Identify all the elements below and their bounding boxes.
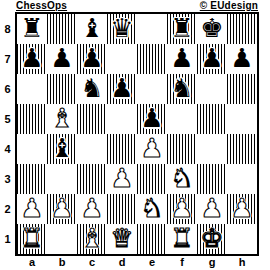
- credit-link[interactable]: © EUdesign: [200, 0, 258, 11]
- rank-label-8: 8: [1, 14, 14, 44]
- piece-black-pawn: ♟: [50, 45, 73, 71]
- square-a2[interactable]: ♟: [17, 194, 47, 224]
- square-f1[interactable]: ♜: [167, 224, 197, 254]
- piece-white-pawn: ♟: [80, 195, 103, 221]
- file-label-f: f: [167, 256, 197, 269]
- square-e7[interactable]: [137, 44, 167, 74]
- square-g3[interactable]: [197, 164, 227, 194]
- piece-black-rook: ♜: [170, 15, 193, 41]
- square-d1[interactable]: ♛: [107, 224, 137, 254]
- piece-white-pawn: ♟: [230, 195, 253, 221]
- piece-black-pawn: ♟: [200, 45, 223, 71]
- file-label-c: c: [77, 256, 107, 269]
- square-a5[interactable]: [17, 104, 47, 134]
- piece-white-pawn: ♟: [110, 165, 133, 191]
- piece-white-rook: ♜: [20, 225, 43, 251]
- rank-label-7: 7: [1, 44, 14, 74]
- square-g8[interactable]: ♚: [197, 14, 227, 44]
- piece-white-knight: ♞: [170, 165, 193, 191]
- square-d7[interactable]: [107, 44, 137, 74]
- piece-black-pawn: ♟: [80, 45, 103, 71]
- square-h2[interactable]: ♟: [227, 194, 257, 224]
- file-label-b: b: [47, 256, 77, 269]
- file-label-h: h: [227, 256, 257, 269]
- square-b6[interactable]: [47, 74, 77, 104]
- piece-black-king: ♚: [200, 15, 223, 41]
- square-e3[interactable]: [137, 164, 167, 194]
- square-e2[interactable]: ♞: [137, 194, 167, 224]
- square-c3[interactable]: [77, 164, 107, 194]
- square-d5[interactable]: [107, 104, 137, 134]
- rank-label-5: 5: [1, 104, 14, 134]
- square-d4[interactable]: [107, 134, 137, 164]
- piece-black-pawn: ♟: [170, 45, 193, 71]
- square-b8[interactable]: [47, 14, 77, 44]
- square-f8[interactable]: ♜: [167, 14, 197, 44]
- piece-white-knight: ♞: [140, 195, 163, 221]
- piece-white-pawn: ♟: [50, 195, 73, 221]
- square-a7[interactable]: ♟: [17, 44, 47, 74]
- rank-label-3: 3: [1, 164, 14, 194]
- square-a8[interactable]: ♜: [17, 14, 47, 44]
- piece-black-knight: ♞: [80, 75, 103, 101]
- piece-white-pawn: ♟: [140, 135, 163, 161]
- square-f7[interactable]: ♟: [167, 44, 197, 74]
- square-b1[interactable]: [47, 224, 77, 254]
- square-a3[interactable]: [17, 164, 47, 194]
- square-b4[interactable]: ♝: [47, 134, 77, 164]
- square-b7[interactable]: ♟: [47, 44, 77, 74]
- piece-black-pawn: ♟: [230, 45, 253, 71]
- square-h4[interactable]: [227, 134, 257, 164]
- square-g5[interactable]: [197, 104, 227, 134]
- square-g1[interactable]: ♚: [197, 224, 227, 254]
- piece-white-pawn: ♟: [170, 195, 193, 221]
- square-e4[interactable]: ♟: [137, 134, 167, 164]
- square-f6[interactable]: ♞: [167, 74, 197, 104]
- square-b3[interactable]: [47, 164, 77, 194]
- piece-black-queen: ♛: [110, 15, 133, 41]
- file-label-g: g: [197, 256, 227, 269]
- rank-label-6: 6: [1, 74, 14, 104]
- chess-board: ♜♝♛♜♚♟♟♟♟♟♟♞♟♞♝♟♝♟♟♞♟♟♟♞♟♟♟♜♝♛♜♚: [15, 12, 259, 256]
- piece-black-pawn: ♟: [20, 45, 43, 71]
- piece-white-rook: ♜: [170, 225, 193, 251]
- piece-black-bishop: ♝: [80, 15, 103, 41]
- piece-black-pawn: ♟: [140, 105, 163, 131]
- square-c8[interactable]: ♝: [77, 14, 107, 44]
- piece-black-bishop: ♝: [50, 135, 73, 161]
- piece-black-pawn: ♟: [110, 75, 133, 101]
- file-label-a: a: [17, 256, 47, 269]
- square-c1[interactable]: ♝: [77, 224, 107, 254]
- square-f5[interactable]: [167, 104, 197, 134]
- piece-black-rook: ♜: [20, 15, 43, 41]
- rank-label-1: 1: [1, 224, 14, 254]
- piece-white-bishop: ♝: [50, 105, 73, 131]
- square-d3[interactable]: ♟: [107, 164, 137, 194]
- square-b5[interactable]: ♝: [47, 104, 77, 134]
- piece-black-knight: ♞: [170, 75, 193, 101]
- square-e1[interactable]: [137, 224, 167, 254]
- square-e6[interactable]: [137, 74, 167, 104]
- square-e5[interactable]: ♟: [137, 104, 167, 134]
- piece-white-pawn: ♟: [20, 195, 43, 221]
- square-g2[interactable]: ♟: [197, 194, 227, 224]
- square-f4[interactable]: [167, 134, 197, 164]
- square-f3[interactable]: ♞: [167, 164, 197, 194]
- square-d8[interactable]: ♛: [107, 14, 137, 44]
- piece-white-king: ♚: [200, 225, 223, 251]
- square-e8[interactable]: [137, 14, 167, 44]
- square-c4[interactable]: [77, 134, 107, 164]
- square-c2[interactable]: ♟: [77, 194, 107, 224]
- square-h7[interactable]: ♟: [227, 44, 257, 74]
- square-d6[interactable]: ♟: [107, 74, 137, 104]
- square-a4[interactable]: [17, 134, 47, 164]
- piece-white-bishop: ♝: [80, 225, 103, 251]
- square-g6[interactable]: [197, 74, 227, 104]
- square-g7[interactable]: ♟: [197, 44, 227, 74]
- chess-diagram: ChessOps © EUdesign ♜♝♛♜♚♟♟♟♟♟♟♞♟♞♝♟♝♟♟♞…: [0, 0, 270, 270]
- square-h1[interactable]: [227, 224, 257, 254]
- square-f2[interactable]: ♟: [167, 194, 197, 224]
- square-g4[interactable]: [197, 134, 227, 164]
- square-h3[interactable]: [227, 164, 257, 194]
- square-h5[interactable]: [227, 104, 257, 134]
- square-b2[interactable]: ♟: [47, 194, 77, 224]
- square-a1[interactable]: ♜: [17, 224, 47, 254]
- square-a6[interactable]: [17, 74, 47, 104]
- square-h8[interactable]: [227, 14, 257, 44]
- piece-white-queen: ♛: [110, 225, 133, 251]
- app-title[interactable]: ChessOps: [16, 0, 67, 11]
- piece-white-pawn: ♟: [200, 195, 223, 221]
- square-h6[interactable]: [227, 74, 257, 104]
- square-c5[interactable]: [77, 104, 107, 134]
- file-label-d: d: [107, 256, 137, 269]
- file-label-e: e: [137, 256, 167, 269]
- rank-label-4: 4: [1, 134, 14, 164]
- square-c7[interactable]: ♟: [77, 44, 107, 74]
- square-d2[interactable]: [107, 194, 137, 224]
- square-c6[interactable]: ♞: [77, 74, 107, 104]
- rank-label-2: 2: [1, 194, 14, 224]
